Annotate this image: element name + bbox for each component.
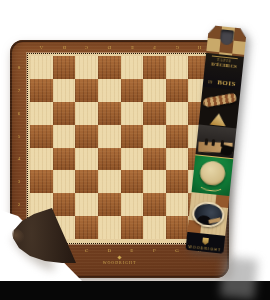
package-title-label: TAPIS D'ÉCHECS EN BOIS	[203, 53, 244, 91]
green-panel	[192, 154, 234, 196]
square-d6	[98, 102, 121, 125]
coord-label: C	[75, 42, 98, 53]
square-c6	[75, 102, 98, 125]
square-g6	[166, 102, 189, 125]
square-d8	[98, 56, 121, 79]
square-f3	[143, 170, 166, 193]
square-g5	[166, 125, 189, 148]
square-a6	[30, 102, 53, 125]
rolled-mat-graphic	[204, 93, 237, 107]
square-f8	[143, 56, 166, 79]
photo-felt-curl	[220, 144, 234, 157]
title-en: EN	[208, 80, 212, 84]
oval-mat-edge	[208, 217, 221, 223]
square-g2	[166, 193, 189, 216]
square-e7	[121, 79, 144, 102]
square-d5	[98, 125, 121, 148]
coord-label: F	[143, 42, 166, 53]
square-b8	[53, 56, 76, 79]
square-g4	[166, 148, 189, 171]
square-e4	[121, 148, 144, 171]
coord-label: A	[30, 42, 53, 53]
square-a4	[30, 148, 53, 171]
board-squares	[30, 56, 211, 239]
coord-label: 4	[13, 148, 25, 171]
coord-label: D	[98, 245, 121, 255]
square-e2	[121, 193, 144, 216]
square-e3	[121, 170, 144, 193]
lifestyle-photo	[196, 124, 237, 158]
square-c2	[75, 193, 98, 216]
coord-label: 8	[13, 56, 25, 79]
brand-crest-icon	[117, 255, 121, 259]
square-c8	[75, 56, 98, 79]
coord-label: B	[53, 42, 76, 53]
square-c4	[75, 148, 98, 171]
square-b5	[53, 125, 76, 148]
square-d3	[98, 170, 121, 193]
square-b3	[53, 170, 76, 193]
square-a8	[30, 56, 53, 79]
gold-triangle-icon	[210, 113, 227, 127]
square-g7	[166, 79, 189, 102]
square-c3	[75, 170, 98, 193]
coord-label: F	[143, 245, 166, 255]
square-d1	[98, 216, 121, 239]
square-c5	[75, 125, 98, 148]
square-d4	[98, 148, 121, 171]
coord-label: E	[121, 245, 144, 255]
square-a3	[30, 170, 53, 193]
square-e6	[121, 102, 144, 125]
square-f4	[143, 148, 166, 171]
square-b4	[53, 148, 76, 171]
square-g8	[166, 56, 189, 79]
files-top: ABCDEFGH	[30, 42, 211, 53]
square-b2	[53, 193, 76, 216]
square-c1	[75, 216, 98, 239]
coord-label: E	[121, 42, 144, 53]
coord-label: D	[98, 42, 121, 53]
square-e8	[121, 56, 144, 79]
title-bois: BOIS	[217, 78, 236, 88]
hang-hole	[220, 29, 234, 45]
square-d7	[98, 79, 121, 102]
square-f7	[143, 79, 166, 102]
square-f6	[143, 102, 166, 125]
square-d2	[98, 193, 121, 216]
product-photo-scene: ABCDEFGH 87654321 87654321 ABCDEFGH WOOD…	[0, 0, 270, 300]
brand-crest-icon	[202, 238, 209, 246]
square-g1	[166, 216, 189, 239]
square-f5	[143, 125, 166, 148]
detail-photo-panel	[187, 192, 229, 236]
coord-label: 2	[13, 193, 25, 216]
coord-label: 3	[13, 170, 25, 193]
package-hang-tab	[206, 25, 247, 57]
coord-label: 7	[13, 79, 25, 102]
square-e5	[121, 125, 144, 148]
coord-label: G	[166, 42, 189, 53]
square-a5	[30, 125, 53, 148]
square-e1	[121, 216, 144, 239]
sleeve-shadow	[220, 256, 258, 299]
square-f2	[143, 193, 166, 216]
coord-label: 5	[13, 125, 25, 148]
square-b6	[53, 102, 76, 125]
ranks-left: 87654321	[13, 56, 25, 239]
square-g3	[166, 170, 189, 193]
coord-label: C	[75, 245, 98, 255]
square-c7	[75, 79, 98, 102]
square-f1	[143, 216, 166, 239]
coord-label: 6	[13, 102, 25, 125]
square-b7	[53, 79, 76, 102]
square-a7	[30, 79, 53, 102]
